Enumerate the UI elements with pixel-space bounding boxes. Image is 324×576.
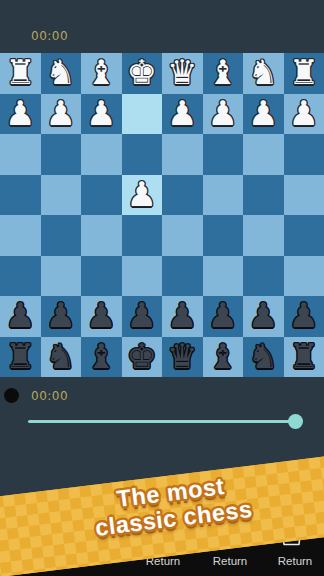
square-a4[interactable] <box>284 175 324 216</box>
square-d2[interactable]: ♟ <box>162 94 203 135</box>
square-d6[interactable] <box>162 256 203 297</box>
square-f3[interactable] <box>81 134 122 175</box>
piece-black-pawn: ♟ <box>248 298 278 332</box>
square-g4[interactable] <box>41 175 82 216</box>
square-h5[interactable] <box>0 215 41 256</box>
square-g1[interactable]: ♞ <box>41 53 82 94</box>
square-g3[interactable] <box>41 134 82 175</box>
square-e7[interactable]: ♟ <box>122 296 163 337</box>
piece-white-rook: ♜ <box>5 55 35 89</box>
square-h7[interactable]: ♟ <box>0 296 41 337</box>
square-g8[interactable]: ♞ <box>41 337 82 378</box>
chess-board: ♜♞♝♚♛♝♞♜♟♟♟♟♟♟♟♟♟♟♟♟♟♟♟♟♜♞♝♚♛♝♞♜ <box>0 53 324 377</box>
piece-white-knight: ♞ <box>46 55 76 89</box>
square-g5[interactable] <box>41 215 82 256</box>
square-b5[interactable] <box>243 215 284 256</box>
square-f4[interactable] <box>81 175 122 216</box>
square-e1[interactable]: ♚ <box>122 53 163 94</box>
square-a8[interactable]: ♜ <box>284 337 324 378</box>
piece-white-pawn: ♟ <box>46 96 76 130</box>
progress-slider-track[interactable] <box>28 420 302 423</box>
square-b1[interactable]: ♞ <box>243 53 284 94</box>
square-a2[interactable]: ♟ <box>284 94 324 135</box>
piece-black-bishop: ♝ <box>208 339 238 373</box>
piece-black-pawn: ♟ <box>5 298 35 332</box>
piece-white-queen: ♛ <box>167 55 197 89</box>
square-h1[interactable]: ♜ <box>0 53 41 94</box>
square-c4[interactable] <box>203 175 244 216</box>
piece-black-bishop: ♝ <box>86 339 116 373</box>
piece-black-pawn: ♟ <box>208 298 238 332</box>
square-b6[interactable] <box>243 256 284 297</box>
piece-white-pawn: ♟ <box>167 96 197 130</box>
piece-white-pawn: ♟ <box>289 96 319 130</box>
square-d7[interactable]: ♟ <box>162 296 203 337</box>
piece-white-bishop: ♝ <box>208 55 238 89</box>
piece-white-king: ♚ <box>127 55 157 89</box>
square-b7[interactable]: ♟ <box>243 296 284 337</box>
square-f1[interactable]: ♝ <box>81 53 122 94</box>
square-f5[interactable] <box>81 215 122 256</box>
return-button-3[interactable]: Return <box>265 555 324 567</box>
square-h2[interactable]: ♟ <box>0 94 41 135</box>
square-c5[interactable] <box>203 215 244 256</box>
chess-app-screen: 00:00 ♜♞♝♚♛♝♞♜♟♟♟♟♟♟♟♟♟♟♟♟♟♟♟♟♜♞♝♚♛♝♞♜ 0… <box>0 0 324 576</box>
piece-black-rook: ♜ <box>5 339 35 373</box>
piece-white-rook: ♜ <box>289 55 319 89</box>
square-c3[interactable] <box>203 134 244 175</box>
piece-black-knight: ♞ <box>46 339 76 373</box>
square-c7[interactable]: ♟ <box>203 296 244 337</box>
piece-white-knight: ♞ <box>248 55 278 89</box>
piece-black-pawn: ♟ <box>289 298 319 332</box>
square-a7[interactable]: ♟ <box>284 296 324 337</box>
square-d8[interactable]: ♛ <box>162 337 203 378</box>
white-player-timer: 00:00 <box>31 29 68 43</box>
square-g6[interactable] <box>41 256 82 297</box>
piece-black-queen: ♛ <box>167 339 197 373</box>
piece-white-pawn: ♟ <box>208 96 238 130</box>
square-g7[interactable]: ♟ <box>41 296 82 337</box>
square-d1[interactable]: ♛ <box>162 53 203 94</box>
square-c1[interactable]: ♝ <box>203 53 244 94</box>
piece-black-pawn: ♟ <box>46 298 76 332</box>
square-f6[interactable] <box>81 256 122 297</box>
square-e8[interactable]: ♚ <box>122 337 163 378</box>
square-e4[interactable]: ♟ <box>122 175 163 216</box>
square-c8[interactable]: ♝ <box>203 337 244 378</box>
square-h3[interactable] <box>0 134 41 175</box>
piece-white-pawn: ♟ <box>127 177 157 211</box>
black-player-indicator-dot <box>4 388 19 403</box>
progress-slider-knob[interactable] <box>288 414 303 429</box>
piece-white-pawn: ♟ <box>5 96 35 130</box>
black-player-timer: 00:00 <box>31 389 68 403</box>
square-b8[interactable]: ♞ <box>243 337 284 378</box>
square-a1[interactable]: ♜ <box>284 53 324 94</box>
square-h8[interactable]: ♜ <box>0 337 41 378</box>
square-e3[interactable] <box>122 134 163 175</box>
square-h6[interactable] <box>0 256 41 297</box>
piece-black-pawn: ♟ <box>127 298 157 332</box>
piece-black-rook: ♜ <box>289 339 319 373</box>
piece-white-bishop: ♝ <box>86 55 116 89</box>
square-d3[interactable] <box>162 134 203 175</box>
square-b3[interactable] <box>243 134 284 175</box>
square-a3[interactable] <box>284 134 324 175</box>
square-d5[interactable] <box>162 215 203 256</box>
square-e6[interactable] <box>122 256 163 297</box>
piece-black-knight: ♞ <box>248 339 278 373</box>
square-a5[interactable] <box>284 215 324 256</box>
square-f2[interactable]: ♟ <box>81 94 122 135</box>
square-c2[interactable]: ♟ <box>203 94 244 135</box>
square-f7[interactable]: ♟ <box>81 296 122 337</box>
piece-white-pawn: ♟ <box>248 96 278 130</box>
square-b2[interactable]: ♟ <box>243 94 284 135</box>
square-a6[interactable] <box>284 256 324 297</box>
square-e5[interactable] <box>122 215 163 256</box>
piece-black-king: ♚ <box>127 339 157 373</box>
square-c6[interactable] <box>203 256 244 297</box>
square-e2[interactable] <box>122 94 163 135</box>
square-g2[interactable]: ♟ <box>41 94 82 135</box>
promo-banner-text: The most classic chess <box>0 459 324 552</box>
square-d4[interactable] <box>162 175 203 216</box>
return-button-2[interactable]: Return <box>200 555 260 567</box>
piece-white-pawn: ♟ <box>86 96 116 130</box>
square-f8[interactable]: ♝ <box>81 337 122 378</box>
piece-black-pawn: ♟ <box>86 298 116 332</box>
square-b4[interactable] <box>243 175 284 216</box>
piece-black-pawn: ♟ <box>167 298 197 332</box>
square-h4[interactable] <box>0 175 41 216</box>
